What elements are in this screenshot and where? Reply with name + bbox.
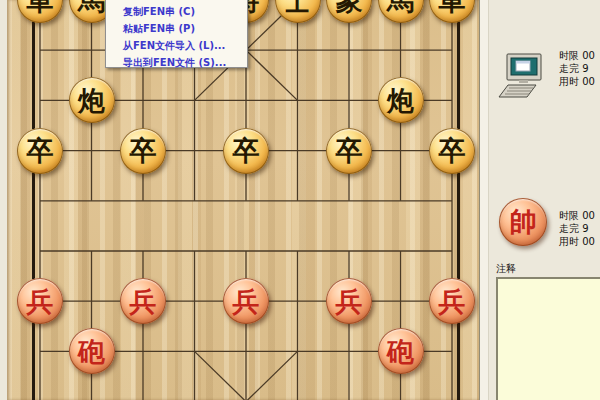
piece-black-cannon[interactable]: 炮 bbox=[69, 77, 115, 123]
fen-context-menu: 复制FEN串 (C)粘贴FEN串 (P)从FEN文件导入 (L)...导出到FE… bbox=[105, 0, 248, 68]
menu-item-copy-fen[interactable]: 复制FEN串 (C) bbox=[123, 3, 247, 20]
panel-divider bbox=[479, 0, 489, 400]
piece-red-soldier[interactable]: 兵 bbox=[17, 278, 63, 324]
comments-label: 注释 bbox=[496, 262, 516, 276]
computer-icon bbox=[497, 52, 545, 104]
menu-item-paste-fen[interactable]: 粘贴FEN串 (P) bbox=[123, 20, 247, 37]
piece-red-soldier[interactable]: 兵 bbox=[429, 278, 475, 324]
side-panel: 时限 00走完 9用时 00 帥 时限 00走完 9用时 00 注释 bbox=[489, 0, 600, 400]
piece-red-soldier[interactable]: 兵 bbox=[326, 278, 372, 324]
piece-black-soldier[interactable]: 卒 bbox=[17, 128, 63, 174]
piece-red-cannon[interactable]: 砲 bbox=[69, 328, 115, 374]
comments-box[interactable] bbox=[496, 277, 600, 400]
stat-line: 用时 00 bbox=[559, 75, 600, 88]
piece-black-soldier[interactable]: 卒 bbox=[223, 128, 269, 174]
piece-red-soldier[interactable]: 兵 bbox=[120, 278, 166, 324]
stat-line: 时限 00 bbox=[559, 49, 600, 62]
stat-line: 走完 9 bbox=[559, 62, 600, 75]
stat-line: 时限 00 bbox=[559, 209, 600, 222]
piece-black-soldier[interactable]: 卒 bbox=[429, 128, 475, 174]
stat-line: 走完 9 bbox=[559, 222, 600, 235]
piece-black-cannon[interactable]: 炮 bbox=[378, 77, 424, 123]
xiangqi-app-window: 車馬象士將士象馬車炮炮卒卒卒卒卒兵兵兵兵兵砲砲車馬相仕帥仕相馬車 复制FEN串 … bbox=[0, 0, 600, 400]
black-player-stats: 时限 00走完 9用时 00 bbox=[559, 49, 600, 88]
red-player-stats: 时限 00走完 9用时 00 bbox=[559, 209, 600, 248]
piece-red-soldier[interactable]: 兵 bbox=[223, 278, 269, 324]
stat-line: 用时 00 bbox=[559, 235, 600, 248]
red-general-piece: 帥 bbox=[499, 198, 547, 246]
piece-black-soldier[interactable]: 卒 bbox=[120, 128, 166, 174]
piece-red-cannon[interactable]: 砲 bbox=[378, 328, 424, 374]
menu-item-export-fen-file[interactable]: 导出到FEN文件 (S)... bbox=[123, 54, 247, 71]
piece-black-soldier[interactable]: 卒 bbox=[326, 128, 372, 174]
menu-item-import-fen-file[interactable]: 从FEN文件导入 (L)... bbox=[123, 37, 247, 54]
